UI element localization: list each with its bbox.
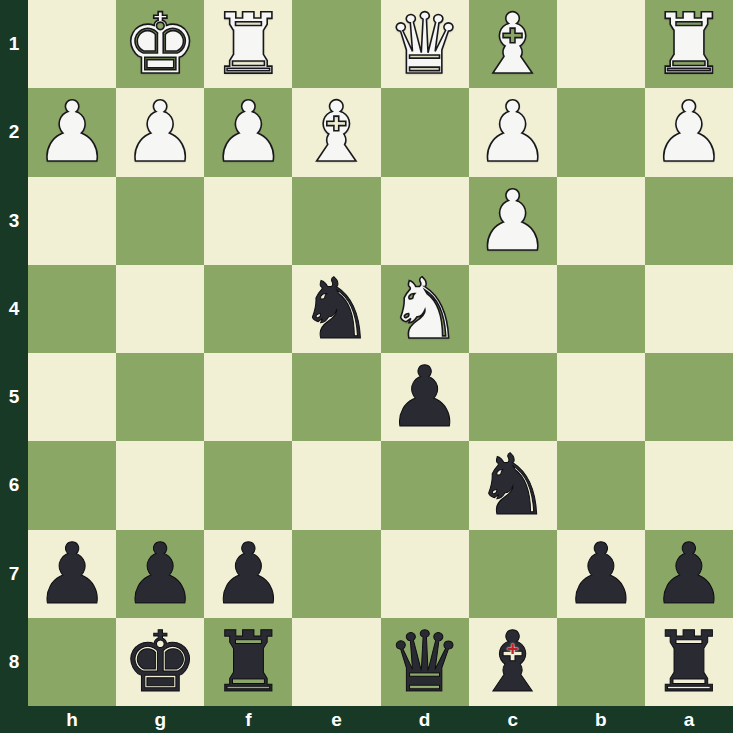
square-a3[interactable] (645, 177, 733, 265)
square-f2[interactable]: ♟ (204, 88, 292, 176)
rank-label-1: 1 (0, 0, 28, 88)
square-b4[interactable] (557, 265, 645, 353)
square-e5[interactable] (292, 353, 380, 441)
black-king-g8[interactable]: ♚ (123, 620, 198, 704)
square-d4[interactable]: ♞ (381, 265, 469, 353)
rank-label-6: 6 (0, 441, 28, 529)
white-pawn-g2[interactable]: ♟ (123, 90, 198, 174)
black-rook-a8[interactable]: ♜ (651, 620, 726, 704)
black-queen-d8[interactable]: ♛ (387, 620, 462, 704)
square-f6[interactable] (204, 441, 292, 529)
square-d6[interactable] (381, 441, 469, 529)
square-g1[interactable]: ♚ (116, 0, 204, 88)
square-h6[interactable] (28, 441, 116, 529)
square-b8[interactable] (557, 618, 645, 706)
black-pawn-d5[interactable]: ♟ (387, 355, 462, 439)
square-b7[interactable]: ♟ (557, 530, 645, 618)
black-pawn-b7[interactable]: ♟ (563, 532, 638, 616)
square-d2[interactable] (381, 88, 469, 176)
square-c8[interactable]: ♝+ (469, 618, 557, 706)
square-e7[interactable] (292, 530, 380, 618)
square-b1[interactable] (557, 0, 645, 88)
white-bishop-e2[interactable]: ♝ (299, 90, 374, 174)
rank-label-4: 4 (0, 265, 28, 353)
square-c6[interactable]: ♞ (469, 441, 557, 529)
square-h5[interactable] (28, 353, 116, 441)
black-pawn-g7[interactable]: ♟ (123, 532, 198, 616)
black-bishop-c8[interactable]: ♝ (475, 620, 550, 704)
file-label-b: b (557, 706, 645, 733)
square-d5[interactable]: ♟ (381, 353, 469, 441)
square-e4[interactable]: ♞ (292, 265, 380, 353)
square-f5[interactable] (204, 353, 292, 441)
white-queen-d1[interactable]: ♛ (387, 2, 462, 86)
board-corner (0, 706, 28, 733)
square-c5[interactable] (469, 353, 557, 441)
black-knight-e4[interactable]: ♞ (299, 267, 374, 351)
white-pawn-c3[interactable]: ♟ (475, 179, 550, 263)
square-d8[interactable]: ♛ (381, 618, 469, 706)
square-a2[interactable]: ♟ (645, 88, 733, 176)
square-d7[interactable] (381, 530, 469, 618)
square-g3[interactable] (116, 177, 204, 265)
square-h2[interactable]: ♟ (28, 88, 116, 176)
square-a8[interactable]: ♜ (645, 618, 733, 706)
square-a1[interactable]: ♜ (645, 0, 733, 88)
square-e6[interactable] (292, 441, 380, 529)
square-g4[interactable] (116, 265, 204, 353)
black-rook-f8[interactable]: ♜ (211, 620, 286, 704)
square-e1[interactable] (292, 0, 380, 88)
rank-label-5: 5 (0, 353, 28, 441)
file-label-h: h (28, 706, 116, 733)
white-rook-a1[interactable]: ♜ (651, 2, 726, 86)
black-pawn-h7[interactable]: ♟ (34, 532, 109, 616)
board: ♚♜♛♝♜♟♟♟♝♟♟♟♞♞♟♞♟♟♟♟♟♚♜♛♝+♜ (28, 0, 733, 706)
square-f3[interactable] (204, 177, 292, 265)
black-pawn-a7[interactable]: ♟ (651, 532, 726, 616)
rank-label-8: 8 (0, 618, 28, 706)
white-pawn-h2[interactable]: ♟ (34, 90, 109, 174)
square-g7[interactable]: ♟ (116, 530, 204, 618)
square-h8[interactable] (28, 618, 116, 706)
square-g8[interactable]: ♚ (116, 618, 204, 706)
square-f4[interactable] (204, 265, 292, 353)
square-c1[interactable]: ♝ (469, 0, 557, 88)
square-c7[interactable] (469, 530, 557, 618)
rank-label-2: 2 (0, 88, 28, 176)
square-f1[interactable]: ♜ (204, 0, 292, 88)
white-pawn-c2[interactable]: ♟ (475, 90, 550, 174)
square-h3[interactable] (28, 177, 116, 265)
square-h1[interactable] (28, 0, 116, 88)
square-b3[interactable] (557, 177, 645, 265)
square-g5[interactable] (116, 353, 204, 441)
square-d3[interactable] (381, 177, 469, 265)
square-e2[interactable]: ♝ (292, 88, 380, 176)
white-rook-f1[interactable]: ♜ (211, 2, 286, 86)
square-b5[interactable] (557, 353, 645, 441)
black-knight-c6[interactable]: ♞ (475, 443, 550, 527)
square-c4[interactable] (469, 265, 557, 353)
square-h7[interactable]: ♟ (28, 530, 116, 618)
square-c3[interactable]: ♟ (469, 177, 557, 265)
white-knight-d4[interactable]: ♞ (387, 267, 462, 351)
black-pawn-f7[interactable]: ♟ (211, 532, 286, 616)
square-f7[interactable]: ♟ (204, 530, 292, 618)
white-bishop-c1[interactable]: ♝ (475, 2, 550, 86)
white-king-g1[interactable]: ♚ (123, 2, 198, 86)
square-a7[interactable]: ♟ (645, 530, 733, 618)
square-e8[interactable] (292, 618, 380, 706)
square-a4[interactable] (645, 265, 733, 353)
square-a6[interactable] (645, 441, 733, 529)
square-b2[interactable] (557, 88, 645, 176)
square-f8[interactable]: ♜ (204, 618, 292, 706)
square-e3[interactable] (292, 177, 380, 265)
rank-label-7: 7 (0, 530, 28, 618)
square-b6[interactable] (557, 441, 645, 529)
square-g2[interactable]: ♟ (116, 88, 204, 176)
white-pawn-a2[interactable]: ♟ (651, 90, 726, 174)
square-d1[interactable]: ♛ (381, 0, 469, 88)
chess-board-frame: 12345678 ♚♜♛♝♜♟♟♟♝♟♟♟♞♞♟♞♟♟♟♟♟♚♜♛♝+♜ hgf… (0, 0, 733, 733)
white-pawn-f2[interactable]: ♟ (211, 90, 286, 174)
rank-label-3: 3 (0, 177, 28, 265)
rank-labels: 12345678 (0, 0, 28, 706)
square-a5[interactable] (645, 353, 733, 441)
square-g6[interactable] (116, 441, 204, 529)
file-label-e: e (292, 706, 380, 733)
square-c2[interactable]: ♟ (469, 88, 557, 176)
square-h4[interactable] (28, 265, 116, 353)
